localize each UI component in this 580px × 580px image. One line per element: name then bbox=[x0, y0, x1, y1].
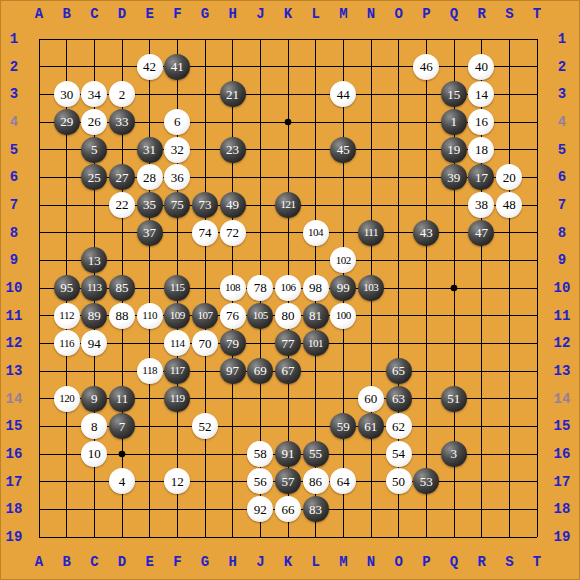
row-label-left-9: 9 bbox=[10, 253, 18, 267]
stone-number: 89 bbox=[88, 309, 101, 322]
col-label-bottom-O: O bbox=[394, 555, 402, 569]
row-label-right-11: 11 bbox=[554, 309, 571, 323]
col-label-bottom-D: D bbox=[118, 555, 126, 569]
stone-number: 114 bbox=[170, 338, 185, 349]
row-label-left-3: 3 bbox=[10, 87, 18, 101]
stone-N14[interactable]: 60 bbox=[358, 386, 384, 412]
col-label-top-T: T bbox=[533, 7, 541, 21]
stone-F4[interactable]: 6 bbox=[164, 109, 190, 135]
stone-number: 110 bbox=[142, 310, 157, 321]
row-label-left-17: 17 bbox=[6, 475, 23, 489]
row-label-left-6: 6 bbox=[10, 170, 18, 184]
stone-J10[interactable]: 78 bbox=[247, 275, 273, 301]
stone-number: 103 bbox=[363, 282, 378, 293]
stone-number: 98 bbox=[309, 281, 322, 294]
stone-number: 95 bbox=[60, 281, 73, 294]
row-label-right-13: 13 bbox=[554, 364, 571, 378]
stone-B12[interactable]: 116 bbox=[54, 330, 80, 356]
col-label-top-L: L bbox=[311, 7, 319, 21]
col-label-top-B: B bbox=[62, 7, 70, 21]
col-label-top-E: E bbox=[145, 7, 153, 21]
stone-D10[interactable]: 85 bbox=[109, 275, 135, 301]
stone-R5[interactable]: 18 bbox=[468, 137, 494, 163]
stone-J13[interactable]: 69 bbox=[247, 358, 273, 384]
stone-number: 38 bbox=[475, 198, 488, 211]
stone-K7[interactable]: 121 bbox=[275, 192, 301, 218]
col-label-bottom-B: B bbox=[62, 555, 70, 569]
col-label-top-K: K bbox=[284, 7, 292, 21]
stone-B11[interactable]: 112 bbox=[54, 303, 80, 329]
col-label-top-O: O bbox=[394, 7, 402, 21]
stone-Q5[interactable]: 19 bbox=[441, 137, 467, 163]
col-label-bottom-E: E bbox=[145, 555, 153, 569]
col-label-bottom-H: H bbox=[228, 555, 236, 569]
stone-number: 56 bbox=[254, 475, 267, 488]
stone-L18[interactable]: 83 bbox=[303, 496, 329, 522]
row-label-right-15: 15 bbox=[554, 419, 571, 433]
stone-K13[interactable]: 67 bbox=[275, 358, 301, 384]
stone-H12[interactable]: 79 bbox=[220, 330, 246, 356]
stone-B10[interactable]: 95 bbox=[54, 275, 80, 301]
stone-E2[interactable]: 42 bbox=[137, 54, 163, 80]
stone-number: 32 bbox=[171, 143, 184, 156]
stone-C5[interactable]: 5 bbox=[81, 137, 107, 163]
col-label-top-G: G bbox=[201, 7, 209, 21]
stone-number: 1 bbox=[451, 115, 458, 128]
row-label-left-19: 19 bbox=[6, 530, 23, 544]
row-label-right-17: 17 bbox=[554, 475, 571, 489]
stone-number: 5 bbox=[91, 143, 98, 156]
stone-B3[interactable]: 30 bbox=[54, 81, 80, 107]
stone-D3[interactable]: 2 bbox=[109, 81, 135, 107]
stone-number: 74 bbox=[198, 226, 211, 239]
stone-number: 69 bbox=[254, 364, 267, 377]
stone-number: 67 bbox=[281, 364, 294, 377]
stone-number: 12 bbox=[171, 475, 184, 488]
col-label-bottom-F: F bbox=[173, 555, 181, 569]
stone-number: 106 bbox=[280, 282, 295, 293]
stone-number: 62 bbox=[392, 420, 405, 433]
col-label-top-Q: Q bbox=[450, 7, 458, 21]
stone-H13[interactable]: 97 bbox=[220, 358, 246, 384]
stone-number: 72 bbox=[226, 226, 239, 239]
stone-F11[interactable]: 109 bbox=[164, 303, 190, 329]
stone-number: 65 bbox=[392, 364, 405, 377]
stone-R8[interactable]: 47 bbox=[468, 220, 494, 246]
stone-number: 28 bbox=[143, 171, 156, 184]
stone-D6[interactable]: 27 bbox=[109, 164, 135, 190]
stone-number: 51 bbox=[447, 392, 460, 405]
stone-number: 61 bbox=[364, 420, 377, 433]
stone-number: 26 bbox=[88, 115, 101, 128]
col-label-bottom-M: M bbox=[339, 555, 347, 569]
stone-number: 16 bbox=[475, 115, 488, 128]
stone-R2[interactable]: 40 bbox=[468, 54, 494, 80]
stone-number: 117 bbox=[170, 365, 185, 376]
stone-number: 118 bbox=[142, 365, 157, 376]
stone-G11[interactable]: 107 bbox=[192, 303, 218, 329]
stone-B14[interactable]: 120 bbox=[54, 386, 80, 412]
stone-L11[interactable]: 81 bbox=[303, 303, 329, 329]
stone-Q16[interactable]: 3 bbox=[441, 441, 467, 467]
stone-number: 100 bbox=[336, 310, 351, 321]
stone-F6[interactable]: 36 bbox=[164, 164, 190, 190]
col-label-top-P: P bbox=[422, 7, 430, 21]
row-label-left-4: 4 bbox=[10, 115, 18, 129]
stone-L17[interactable]: 86 bbox=[303, 468, 329, 494]
stone-number: 77 bbox=[281, 337, 294, 350]
stone-R4[interactable]: 16 bbox=[468, 109, 494, 135]
stone-P2[interactable]: 46 bbox=[413, 54, 439, 80]
stone-number: 8 bbox=[91, 420, 98, 433]
stone-number: 76 bbox=[226, 309, 239, 322]
col-label-top-A: A bbox=[35, 7, 43, 21]
stone-K10[interactable]: 106 bbox=[275, 275, 301, 301]
row-label-right-10: 10 bbox=[554, 281, 571, 295]
stone-H3[interactable]: 21 bbox=[220, 81, 246, 107]
stone-number: 58 bbox=[254, 447, 267, 460]
stone-L16[interactable]: 55 bbox=[303, 441, 329, 467]
stone-F17[interactable]: 12 bbox=[164, 468, 190, 494]
row-label-right-12: 12 bbox=[554, 336, 571, 350]
stone-C6[interactable]: 25 bbox=[81, 164, 107, 190]
stone-number: 116 bbox=[59, 338, 74, 349]
col-label-bottom-N: N bbox=[367, 555, 375, 569]
stone-number: 29 bbox=[60, 115, 73, 128]
row-label-right-2: 2 bbox=[558, 60, 566, 74]
col-label-top-F: F bbox=[173, 7, 181, 21]
stone-J17[interactable]: 56 bbox=[247, 468, 273, 494]
stone-J11[interactable]: 105 bbox=[247, 303, 273, 329]
stone-D15[interactable]: 7 bbox=[109, 413, 135, 439]
stone-E13[interactable]: 118 bbox=[137, 358, 163, 384]
stone-D14[interactable]: 11 bbox=[109, 386, 135, 412]
stone-K11[interactable]: 80 bbox=[275, 303, 301, 329]
stone-number: 104 bbox=[308, 227, 323, 238]
stone-number: 23 bbox=[226, 143, 239, 156]
stone-number: 52 bbox=[198, 420, 211, 433]
stone-number: 79 bbox=[226, 337, 239, 350]
stone-number: 109 bbox=[170, 310, 185, 321]
stone-number: 83 bbox=[309, 503, 322, 516]
col-label-top-M: M bbox=[339, 7, 347, 21]
stone-number: 27 bbox=[115, 171, 128, 184]
stone-number: 63 bbox=[392, 392, 405, 405]
stone-number: 111 bbox=[364, 227, 378, 238]
stone-number: 22 bbox=[115, 198, 128, 211]
row-label-left-14: 14 bbox=[6, 392, 23, 406]
stone-N10[interactable]: 103 bbox=[358, 275, 384, 301]
col-label-bottom-C: C bbox=[90, 555, 98, 569]
stone-number: 4 bbox=[119, 475, 126, 488]
stone-H5[interactable]: 23 bbox=[220, 137, 246, 163]
stone-number: 86 bbox=[309, 475, 322, 488]
stone-number: 48 bbox=[503, 198, 516, 211]
go-board[interactable]: 1234567891011121314151617181920212223252… bbox=[25, 25, 551, 551]
stone-number: 64 bbox=[337, 475, 350, 488]
col-label-bottom-S: S bbox=[505, 555, 513, 569]
col-label-top-N: N bbox=[367, 7, 375, 21]
row-label-left-18: 18 bbox=[6, 502, 23, 516]
stone-number: 70 bbox=[198, 337, 211, 350]
stone-F12[interactable]: 114 bbox=[164, 330, 190, 356]
stone-number: 41 bbox=[171, 60, 184, 73]
stone-B4[interactable]: 29 bbox=[54, 109, 80, 135]
stone-number: 105 bbox=[253, 310, 268, 321]
stone-number: 57 bbox=[281, 475, 294, 488]
stone-number: 33 bbox=[115, 115, 128, 128]
stone-C16[interactable]: 10 bbox=[81, 441, 107, 467]
stone-M3[interactable]: 44 bbox=[330, 81, 356, 107]
stone-number: 35 bbox=[143, 198, 156, 211]
col-label-top-D: D bbox=[118, 7, 126, 21]
col-label-bottom-G: G bbox=[201, 555, 209, 569]
stone-S6[interactable]: 20 bbox=[496, 164, 522, 190]
stone-number: 13 bbox=[88, 254, 101, 267]
stone-E6[interactable]: 28 bbox=[137, 164, 163, 190]
col-label-top-J: J bbox=[256, 7, 264, 21]
stone-M15[interactable]: 59 bbox=[330, 413, 356, 439]
stone-D17[interactable]: 4 bbox=[109, 468, 135, 494]
stone-number: 50 bbox=[392, 475, 405, 488]
row-label-left-1: 1 bbox=[10, 32, 18, 46]
stone-number: 3 bbox=[451, 447, 458, 460]
stone-Q3[interactable]: 15 bbox=[441, 81, 467, 107]
stone-number: 6 bbox=[174, 115, 181, 128]
row-label-left-11: 11 bbox=[6, 309, 23, 323]
stone-C4[interactable]: 26 bbox=[81, 109, 107, 135]
stone-G12[interactable]: 70 bbox=[192, 330, 218, 356]
stone-number: 121 bbox=[280, 199, 295, 210]
stone-C9[interactable]: 13 bbox=[81, 247, 107, 273]
stone-C15[interactable]: 8 bbox=[81, 413, 107, 439]
stone-number: 120 bbox=[59, 393, 74, 404]
stone-number: 19 bbox=[447, 143, 460, 156]
row-label-right-19: 19 bbox=[554, 530, 571, 544]
row-label-left-13: 13 bbox=[6, 364, 23, 378]
stone-N15[interactable]: 61 bbox=[358, 413, 384, 439]
stone-number: 80 bbox=[281, 309, 294, 322]
stone-number: 9 bbox=[91, 392, 98, 405]
stone-Q6[interactable]: 39 bbox=[441, 164, 467, 190]
stone-C11[interactable]: 89 bbox=[81, 303, 107, 329]
stone-D7[interactable]: 22 bbox=[109, 192, 135, 218]
stone-N8[interactable]: 111 bbox=[358, 220, 384, 246]
stone-M11[interactable]: 100 bbox=[330, 303, 356, 329]
stone-number: 94 bbox=[88, 337, 101, 350]
stone-number: 40 bbox=[475, 60, 488, 73]
stone-H10[interactable]: 108 bbox=[220, 275, 246, 301]
col-label-top-C: C bbox=[90, 7, 98, 21]
stone-number: 55 bbox=[309, 447, 322, 460]
stone-Q4[interactable]: 1 bbox=[441, 109, 467, 135]
stone-number: 78 bbox=[254, 281, 267, 294]
stone-O17[interactable]: 50 bbox=[386, 468, 412, 494]
stone-number: 113 bbox=[87, 282, 102, 293]
stone-number: 99 bbox=[337, 281, 350, 294]
stone-number: 49 bbox=[226, 198, 239, 211]
col-label-top-S: S bbox=[505, 7, 513, 21]
row-label-right-4: 4 bbox=[558, 115, 566, 129]
stone-number: 91 bbox=[281, 447, 294, 460]
row-label-right-16: 16 bbox=[554, 447, 571, 461]
row-label-left-10: 10 bbox=[6, 281, 23, 295]
stone-number: 25 bbox=[88, 171, 101, 184]
stone-F7[interactable]: 75 bbox=[164, 192, 190, 218]
row-label-right-7: 7 bbox=[558, 198, 566, 212]
stone-L10[interactable]: 98 bbox=[303, 275, 329, 301]
stone-number: 75 bbox=[171, 198, 184, 211]
stone-number: 47 bbox=[475, 226, 488, 239]
stone-E7[interactable]: 35 bbox=[137, 192, 163, 218]
stone-F13[interactable]: 117 bbox=[164, 358, 190, 384]
stone-M5[interactable]: 45 bbox=[330, 137, 356, 163]
stone-H7[interactable]: 49 bbox=[220, 192, 246, 218]
row-label-left-8: 8 bbox=[10, 226, 18, 240]
stone-number: 17 bbox=[475, 171, 488, 184]
stone-R6[interactable]: 17 bbox=[468, 164, 494, 190]
stone-O13[interactable]: 65 bbox=[386, 358, 412, 384]
stone-F10[interactable]: 115 bbox=[164, 275, 190, 301]
stone-L12[interactable]: 101 bbox=[303, 330, 329, 356]
stone-J16[interactable]: 58 bbox=[247, 441, 273, 467]
stone-number: 7 bbox=[119, 420, 126, 433]
stone-P17[interactable]: 53 bbox=[413, 468, 439, 494]
col-label-bottom-A: A bbox=[35, 555, 43, 569]
stone-G15[interactable]: 52 bbox=[192, 413, 218, 439]
stone-number: 11 bbox=[116, 392, 129, 405]
row-label-left-5: 5 bbox=[10, 143, 18, 157]
stone-O16[interactable]: 54 bbox=[386, 441, 412, 467]
stone-number: 42 bbox=[143, 60, 156, 73]
col-label-top-H: H bbox=[228, 7, 236, 21]
row-label-left-7: 7 bbox=[10, 198, 18, 212]
stone-D4[interactable]: 33 bbox=[109, 109, 135, 135]
stone-R3[interactable]: 14 bbox=[468, 81, 494, 107]
stone-number: 46 bbox=[420, 60, 433, 73]
stone-F5[interactable]: 32 bbox=[164, 137, 190, 163]
col-label-top-R: R bbox=[477, 7, 485, 21]
stone-M9[interactable]: 102 bbox=[330, 247, 356, 273]
go-game-diagram: ABCDEFGHJKLMNOPQRST ABCDEFGHJKLMNOPQRST … bbox=[0, 0, 580, 580]
stone-number: 44 bbox=[337, 88, 350, 101]
stone-O15[interactable]: 62 bbox=[386, 413, 412, 439]
row-label-left-15: 15 bbox=[6, 419, 23, 433]
row-label-right-14: 14 bbox=[554, 392, 571, 406]
stone-number: 73 bbox=[198, 198, 211, 211]
stone-number: 20 bbox=[503, 171, 516, 184]
stone-K17[interactable]: 57 bbox=[275, 468, 301, 494]
col-label-bottom-P: P bbox=[422, 555, 430, 569]
stone-Q14[interactable]: 51 bbox=[441, 386, 467, 412]
stone-C10[interactable]: 113 bbox=[81, 275, 107, 301]
stone-number: 115 bbox=[170, 282, 185, 293]
col-label-bottom-Q: Q bbox=[450, 555, 458, 569]
stone-number: 10 bbox=[88, 447, 101, 460]
row-label-left-16: 16 bbox=[6, 447, 23, 461]
row-label-right-8: 8 bbox=[558, 226, 566, 240]
stone-R7[interactable]: 38 bbox=[468, 192, 494, 218]
stone-F2[interactable]: 41 bbox=[164, 54, 190, 80]
stone-M17[interactable]: 64 bbox=[330, 468, 356, 494]
stone-number: 107 bbox=[197, 310, 212, 321]
stone-number: 81 bbox=[309, 309, 322, 322]
row-label-left-12: 12 bbox=[6, 336, 23, 350]
stone-H8[interactable]: 72 bbox=[220, 220, 246, 246]
stone-J18[interactable]: 92 bbox=[247, 496, 273, 522]
stone-number: 102 bbox=[336, 255, 351, 266]
row-label-left-2: 2 bbox=[10, 60, 18, 74]
stone-E11[interactable]: 110 bbox=[137, 303, 163, 329]
stone-L8[interactable]: 104 bbox=[303, 220, 329, 246]
stone-H11[interactable]: 76 bbox=[220, 303, 246, 329]
stone-C3[interactable]: 34 bbox=[81, 81, 107, 107]
stone-number: 45 bbox=[337, 143, 350, 156]
stone-F14[interactable]: 119 bbox=[164, 386, 190, 412]
stone-K18[interactable]: 66 bbox=[275, 496, 301, 522]
stone-number: 119 bbox=[170, 393, 185, 404]
stone-C12[interactable]: 94 bbox=[81, 330, 107, 356]
stone-number: 37 bbox=[143, 226, 156, 239]
stone-number: 97 bbox=[226, 364, 239, 377]
stone-number: 66 bbox=[281, 503, 294, 516]
stone-G7[interactable]: 73 bbox=[192, 192, 218, 218]
col-label-bottom-L: L bbox=[311, 555, 319, 569]
stone-O14[interactable]: 63 bbox=[386, 386, 412, 412]
stone-C14[interactable]: 9 bbox=[81, 386, 107, 412]
stone-number: 14 bbox=[475, 88, 488, 101]
stone-number: 54 bbox=[392, 447, 405, 460]
row-label-right-3: 3 bbox=[558, 87, 566, 101]
stone-number: 101 bbox=[308, 338, 323, 349]
stone-number: 30 bbox=[60, 88, 73, 101]
stone-number: 60 bbox=[364, 392, 377, 405]
col-label-bottom-T: T bbox=[533, 555, 541, 569]
stone-K16[interactable]: 91 bbox=[275, 441, 301, 467]
stone-number: 112 bbox=[59, 310, 74, 321]
stone-M10[interactable]: 99 bbox=[330, 275, 356, 301]
stone-number: 88 bbox=[115, 309, 128, 322]
stone-P8[interactable]: 43 bbox=[413, 220, 439, 246]
stone-D11[interactable]: 88 bbox=[109, 303, 135, 329]
stone-number: 85 bbox=[115, 281, 128, 294]
col-label-bottom-R: R bbox=[477, 555, 485, 569]
stone-K12[interactable]: 77 bbox=[275, 330, 301, 356]
stone-number: 59 bbox=[337, 420, 350, 433]
stone-E8[interactable]: 37 bbox=[137, 220, 163, 246]
stone-number: 31 bbox=[143, 143, 156, 156]
stone-number: 34 bbox=[88, 88, 101, 101]
col-label-bottom-J: J bbox=[256, 555, 264, 569]
stone-number: 21 bbox=[226, 88, 239, 101]
row-label-right-1: 1 bbox=[558, 32, 566, 46]
stone-number: 92 bbox=[254, 503, 267, 516]
stone-number: 43 bbox=[420, 226, 433, 239]
stone-number: 2 bbox=[119, 88, 126, 101]
stone-number: 18 bbox=[475, 143, 488, 156]
stone-number: 108 bbox=[225, 282, 240, 293]
row-label-right-6: 6 bbox=[558, 170, 566, 184]
stone-E5[interactable]: 31 bbox=[137, 137, 163, 163]
stone-number: 39 bbox=[447, 171, 460, 184]
stone-G8[interactable]: 74 bbox=[192, 220, 218, 246]
stone-number: 36 bbox=[171, 171, 184, 184]
col-label-bottom-K: K bbox=[284, 555, 292, 569]
stone-S7[interactable]: 48 bbox=[496, 192, 522, 218]
row-label-right-9: 9 bbox=[558, 253, 566, 267]
row-label-right-18: 18 bbox=[554, 502, 571, 516]
row-label-right-5: 5 bbox=[558, 143, 566, 157]
